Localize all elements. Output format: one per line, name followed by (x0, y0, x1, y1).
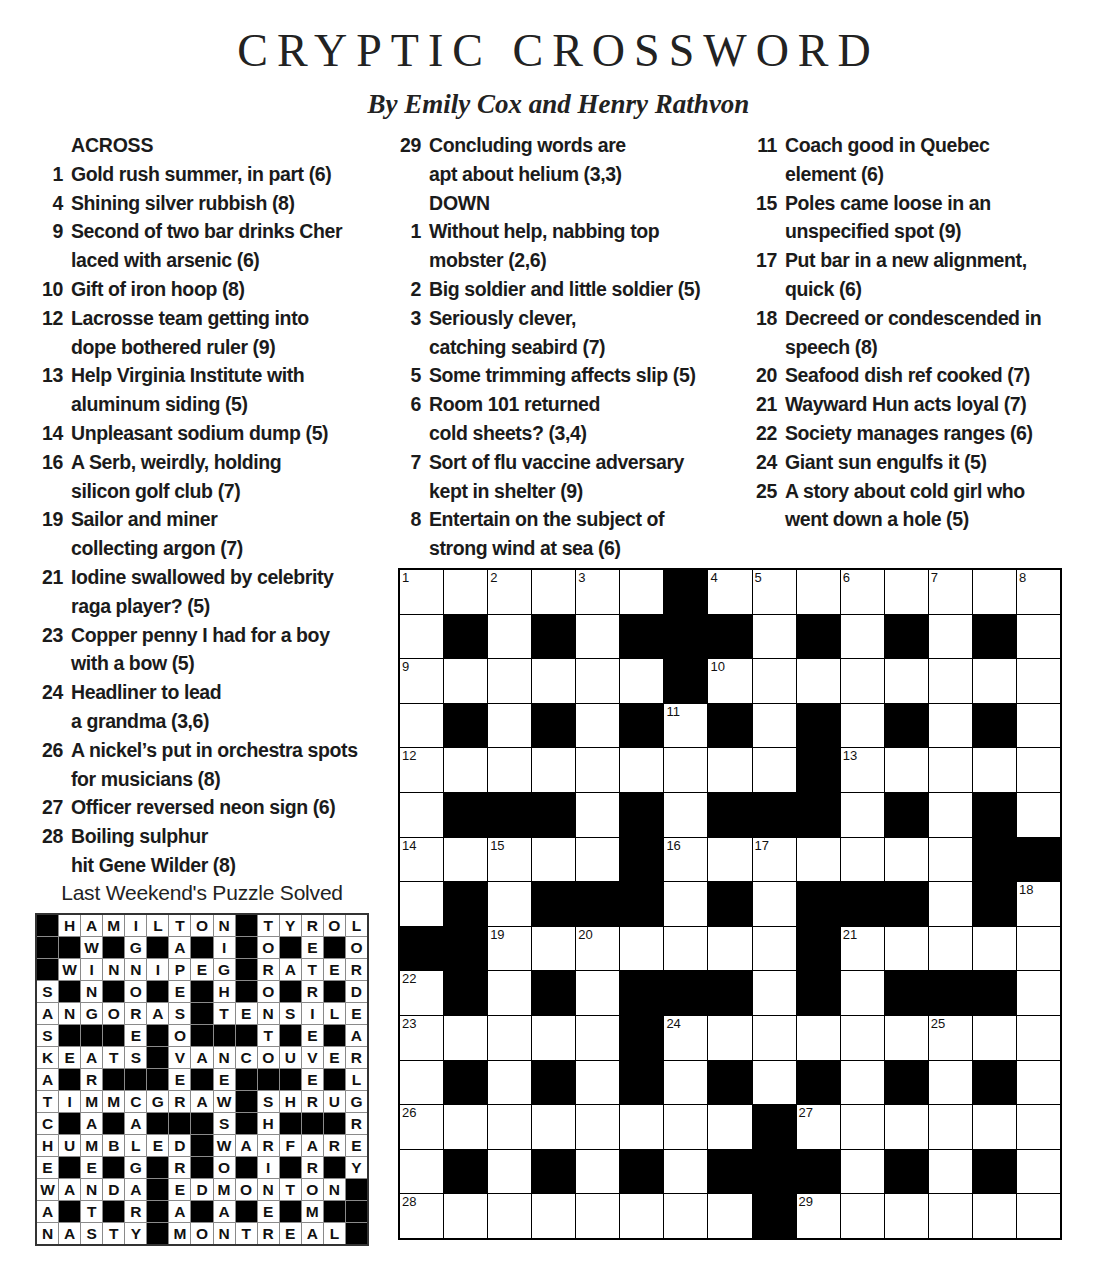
grid-cell[interactable] (576, 1016, 619, 1060)
clue-text: Seafood dish ref cooked (7) (785, 361, 1030, 390)
across-clue-column: ACROSS1Gold rush summer, in part (6)4Shi… (35, 131, 395, 880)
grid-cell[interactable] (885, 838, 928, 882)
cell-number: 17 (755, 838, 769, 853)
grid-cell[interactable] (664, 1105, 707, 1149)
solution-cell: E (236, 1003, 257, 1024)
grid-cell[interactable]: 3 (576, 570, 619, 614)
grid-cell[interactable] (753, 1016, 796, 1060)
solution-cell: A (59, 1223, 80, 1244)
grid-cell[interactable] (576, 838, 619, 882)
grid-cell-black (797, 971, 840, 1015)
grid-cell[interactable]: 22 (400, 971, 443, 1015)
solution-cell: W (59, 959, 80, 980)
solution-cell-black (324, 1201, 345, 1222)
grid-cell[interactable] (973, 570, 1016, 614)
grid-cell[interactable] (444, 748, 487, 792)
grid-cell[interactable] (885, 1016, 928, 1060)
grid-cell[interactable] (664, 1150, 707, 1194)
cell-number: 28 (402, 1194, 416, 1209)
grid-cell[interactable] (576, 971, 619, 1015)
grid-cell[interactable] (1017, 1061, 1060, 1105)
grid-cell[interactable] (929, 1061, 972, 1105)
grid-cell[interactable] (620, 659, 663, 703)
clue-number: 12 (35, 304, 63, 362)
grid-cell[interactable]: 24 (664, 1016, 707, 1060)
grid-cell[interactable]: 20 (576, 927, 619, 971)
solution-cell: N (125, 959, 146, 980)
grid-cell[interactable] (708, 1194, 751, 1238)
grid-cell[interactable]: 14 (400, 838, 443, 882)
grid-cell[interactable] (664, 927, 707, 971)
grid-cell[interactable] (488, 1105, 531, 1149)
grid-cell[interactable] (929, 659, 972, 703)
grid-cell[interactable] (532, 1016, 575, 1060)
grid-cell[interactable]: 19 (488, 927, 531, 971)
grid-cell[interactable]: 16 (664, 838, 707, 882)
grid-cell[interactable] (929, 927, 972, 971)
grid-cell[interactable] (576, 1061, 619, 1105)
clue-number: 20 (746, 361, 777, 390)
grid-cell-black (620, 882, 663, 926)
grid-cell[interactable] (885, 659, 928, 703)
solution-cell: C (37, 1113, 58, 1134)
clue-text: Seriously clever, catching seabird (7) (429, 304, 605, 362)
solution-cell: H (258, 1113, 279, 1134)
grid-cell[interactable] (400, 882, 443, 926)
grid-cell[interactable] (488, 704, 531, 748)
grid-cell[interactable] (841, 838, 884, 882)
solution-cell-black (324, 981, 345, 1002)
grid-cell[interactable]: 1 (400, 570, 443, 614)
grid-cell[interactable]: 17 (753, 838, 796, 882)
cell-number: 8 (1019, 570, 1026, 585)
cell-number: 19 (490, 927, 504, 942)
grid-cell[interactable] (620, 748, 663, 792)
grid-cell[interactable]: 23 (400, 1016, 443, 1060)
grid-cell[interactable] (973, 659, 1016, 703)
grid-cell-black (708, 882, 751, 926)
grid-cell[interactable]: 6 (841, 570, 884, 614)
solution-cell: I (147, 959, 168, 980)
grid-cell[interactable] (664, 793, 707, 837)
grid-cell[interactable] (841, 1150, 884, 1194)
grid-cell[interactable] (885, 927, 928, 971)
solution-cell-black (346, 1179, 367, 1200)
grid-cell[interactable] (753, 882, 796, 926)
solution-cell: N (103, 959, 124, 980)
clue: 3Seriously clever, catching seabird (7) (390, 304, 725, 362)
grid-cell[interactable] (929, 1150, 972, 1194)
middle-clue-column: 29Concluding words are apt about helium … (390, 131, 725, 563)
solution-cell: V (169, 1047, 190, 1068)
grid-cell[interactable]: 27 (797, 1105, 840, 1149)
solution-cell: Y (280, 915, 301, 936)
clue-number: 26 (35, 736, 63, 794)
solution-cell-black (125, 1069, 146, 1090)
grid-cell[interactable] (1017, 971, 1060, 1015)
grid-cell[interactable]: 11 (664, 704, 707, 748)
clue-number: 18 (746, 304, 777, 362)
grid-cell[interactable] (929, 615, 972, 659)
grid-cell[interactable] (1017, 704, 1060, 748)
grid-cell-black (753, 1194, 796, 1238)
clue-text: Big soldier and little soldier (5) (429, 275, 700, 304)
solution-cell: A (125, 1179, 146, 1200)
cell-number: 2 (490, 570, 497, 585)
clue-number: 7 (390, 448, 421, 506)
clue-number: 1 (390, 217, 421, 275)
grid-cell-black (797, 882, 840, 926)
cell-number: 27 (799, 1105, 813, 1120)
clue: 11Coach good in Quebec element (6) (746, 131, 1114, 189)
grid-cell[interactable] (444, 659, 487, 703)
grid-cell[interactable] (841, 615, 884, 659)
solution-cell: A (346, 1025, 367, 1046)
grid-cell[interactable] (753, 704, 796, 748)
grid-cell[interactable] (532, 1105, 575, 1149)
grid-cell[interactable] (753, 659, 796, 703)
clue-text: Copper penny I had for a boy with a bow … (71, 621, 330, 679)
grid-cell[interactable] (841, 1105, 884, 1149)
grid-cell-black (708, 1150, 751, 1194)
solution-cell: E (81, 1157, 102, 1178)
grid-cell[interactable] (841, 1194, 884, 1238)
solution-cell-black (346, 1201, 367, 1222)
grid-cell[interactable] (664, 1061, 707, 1105)
solution-cell: S (258, 1091, 279, 1112)
grid-cell[interactable]: 21 (841, 927, 884, 971)
solution-cell: I (302, 1003, 323, 1024)
solution-cell-black (169, 1113, 190, 1134)
grid-cell[interactable] (488, 971, 531, 1015)
solution-cell-black (147, 1179, 168, 1200)
grid-cell[interactable] (532, 1194, 575, 1238)
solution-cell: L (324, 1003, 345, 1024)
grid-cell-black (973, 1150, 1016, 1194)
grid-cell[interactable] (576, 615, 619, 659)
solution-cell: N (258, 1003, 279, 1024)
grid-cell-black (444, 793, 487, 837)
solution-cell: E (324, 1047, 345, 1068)
solution-cell-black (147, 1113, 168, 1134)
clue-number: 8 (390, 505, 421, 563)
grid-cell-black (973, 882, 1016, 926)
grid-cell[interactable] (1017, 1016, 1060, 1060)
solution-cell: D (191, 1179, 212, 1200)
grid-cell[interactable] (1017, 1105, 1060, 1149)
grid-cell[interactable] (620, 1194, 663, 1238)
grid-cell[interactable]: 8 (1017, 570, 1060, 614)
clue-number: 6 (390, 390, 421, 448)
solution-cell: S (125, 1047, 146, 1068)
grid-cell-black (532, 882, 575, 926)
grid-cell[interactable] (576, 1150, 619, 1194)
grid-cell[interactable]: 7 (929, 570, 972, 614)
clue: 13Help Virginia Institute with aluminum … (35, 361, 395, 419)
solution-cell: S (37, 1025, 58, 1046)
solution-cell: K (37, 1047, 58, 1068)
grid-cell[interactable] (885, 748, 928, 792)
clue-number: 9 (35, 217, 63, 275)
grid-cell[interactable] (841, 1061, 884, 1105)
grid-cell[interactable] (797, 570, 840, 614)
solution-cell-black (103, 1113, 124, 1134)
grid-cell[interactable]: 10 (708, 659, 751, 703)
grid-cell[interactable] (532, 659, 575, 703)
grid-cell[interactable] (753, 748, 796, 792)
grid-cell[interactable] (708, 748, 751, 792)
solution-cell-black (103, 1025, 124, 1046)
solution-cell: H (37, 1135, 58, 1156)
clue: 17Put bar in a new alignment, quick (6) (746, 246, 1114, 304)
grid-cell[interactable] (532, 838, 575, 882)
solution-cell-black (280, 1157, 301, 1178)
solution-cell: M (169, 1223, 190, 1244)
clue-text: A Serb, weirdly, holding silicon golf cl… (71, 448, 281, 506)
grid-cell[interactable]: 13 (841, 748, 884, 792)
grid-cell[interactable] (929, 1194, 972, 1238)
grid-cell[interactable] (576, 1105, 619, 1149)
grid-cell[interactable]: 4 (708, 570, 751, 614)
grid-cell[interactable] (664, 748, 707, 792)
grid-cell[interactable] (797, 838, 840, 882)
cell-number: 13 (843, 748, 857, 763)
grid-cell[interactable] (797, 1016, 840, 1060)
grid-cell[interactable] (841, 704, 884, 748)
solution-cell: A (191, 1047, 212, 1068)
grid-cell[interactable] (488, 659, 531, 703)
clue-text: Society manages ranges (6) (785, 419, 1033, 448)
solution-cell-black (324, 1025, 345, 1046)
grid-cell[interactable] (444, 1194, 487, 1238)
grid-cell[interactable] (973, 1016, 1016, 1060)
grid-cell[interactable] (532, 748, 575, 792)
clue: 24Headliner to lead a grandma (3,6) (35, 678, 395, 736)
grid-cell[interactable] (929, 704, 972, 748)
clue: 10Gift of iron hoop (8) (35, 275, 395, 304)
grid-cell[interactable] (841, 1016, 884, 1060)
grid-cell[interactable] (797, 659, 840, 703)
grid-cell-black (532, 1150, 575, 1194)
grid-cell[interactable] (400, 615, 443, 659)
grid-cell[interactable] (532, 927, 575, 971)
grid-cell[interactable] (885, 1194, 928, 1238)
grid-cell[interactable] (488, 1194, 531, 1238)
grid-cell[interactable] (444, 1016, 487, 1060)
grid-cell[interactable] (576, 748, 619, 792)
solution-cell-black (280, 937, 301, 958)
solution-cell: E (258, 1201, 279, 1222)
grid-cell[interactable]: 12 (400, 748, 443, 792)
grid-cell[interactable] (1017, 927, 1060, 971)
grid-cell[interactable] (620, 927, 663, 971)
solution-cell-black (236, 1201, 257, 1222)
grid-cell[interactable] (1017, 1194, 1060, 1238)
solution-cell-black (280, 1201, 301, 1222)
cell-number: 24 (666, 1016, 680, 1031)
grid-cell[interactable] (444, 1105, 487, 1149)
solution-cell-black (236, 1069, 257, 1090)
grid-cell[interactable] (576, 1194, 619, 1238)
solution-cell: M (81, 1091, 102, 1112)
clue-text: Lacrosse team getting into dope bothered… (71, 304, 309, 362)
grid-cell[interactable] (664, 1194, 707, 1238)
grid-cell[interactable] (488, 748, 531, 792)
cell-number: 22 (402, 971, 416, 986)
grid-cell[interactable] (929, 1105, 972, 1149)
grid-cell[interactable] (1017, 748, 1060, 792)
grid-cell[interactable] (841, 793, 884, 837)
solution-cell: E (191, 959, 212, 980)
grid-cell-black (885, 704, 928, 748)
grid-cell[interactable] (973, 927, 1016, 971)
grid-cell[interactable] (400, 793, 443, 837)
grid-cell[interactable]: 28 (400, 1194, 443, 1238)
clue-text: Officer reversed neon sign (6) (71, 793, 335, 822)
grid-cell-black (753, 1105, 796, 1149)
grid-cell-black (885, 1061, 928, 1105)
solution-grid: HAMILTONTYROLWGAIOEOWINNIPEGRATERSNOEHOR… (35, 913, 369, 1246)
grid-cell[interactable] (841, 971, 884, 1015)
grid-cell-black (753, 1150, 796, 1194)
clue-text: A story about cold girl who went down a … (785, 477, 1025, 535)
grid-cell[interactable] (620, 570, 663, 614)
grid-cell-black (444, 704, 487, 748)
solution-cell: I (59, 1091, 80, 1112)
grid-cell[interactable] (488, 615, 531, 659)
grid-cell[interactable] (973, 748, 1016, 792)
grid-cell[interactable]: 5 (753, 570, 796, 614)
grid-cell-black (532, 704, 575, 748)
solution-cell-black (37, 915, 58, 936)
grid-cell[interactable]: 9 (400, 659, 443, 703)
grid-cell[interactable] (753, 971, 796, 1015)
solution-cell-black (236, 1091, 257, 1112)
solution-cell: R (125, 1003, 146, 1024)
grid-cell[interactable] (1017, 615, 1060, 659)
grid-cell-black (444, 882, 487, 926)
solution-cell-black (191, 1003, 212, 1024)
solution-cell: W (214, 1091, 235, 1112)
solution-cell: A (169, 1201, 190, 1222)
grid-cell[interactable] (885, 570, 928, 614)
solution-cell: N (214, 1223, 235, 1244)
solution-cell-black (59, 937, 80, 958)
grid-cell[interactable] (929, 838, 972, 882)
clue-number: 22 (746, 419, 777, 448)
grid-cell[interactable] (488, 1016, 531, 1060)
grid-cell[interactable]: 26 (400, 1105, 443, 1149)
solution-cell-black (236, 959, 257, 980)
solution-cell-black (103, 1157, 124, 1178)
cell-number: 23 (402, 1016, 416, 1031)
grid-cell[interactable]: 18 (1017, 882, 1060, 926)
grid-cell[interactable] (576, 704, 619, 748)
grid-cell[interactable]: 15 (488, 838, 531, 882)
cell-number: 16 (666, 838, 680, 853)
grid-cell[interactable] (841, 659, 884, 703)
grid-cell[interactable] (488, 882, 531, 926)
grid-cell[interactable] (400, 704, 443, 748)
grid-cell[interactable] (444, 570, 487, 614)
grid-cell[interactable] (488, 1061, 531, 1105)
grid-cell[interactable] (532, 570, 575, 614)
grid-cell[interactable] (708, 927, 751, 971)
solution-cell-black (191, 937, 212, 958)
grid-cell[interactable] (444, 838, 487, 882)
cell-number: 6 (843, 570, 850, 585)
solution-cell-black (191, 1157, 212, 1178)
grid-cell[interactable] (929, 748, 972, 792)
grid-cell[interactable] (708, 838, 751, 882)
grid-cell[interactable]: 25 (929, 1016, 972, 1060)
solution-cell: A (81, 1113, 102, 1134)
clue: 22Society manages ranges (6) (746, 419, 1114, 448)
grid-cell[interactable] (885, 1105, 928, 1149)
solution-cell: O (214, 1157, 235, 1178)
grid-cell[interactable] (973, 1194, 1016, 1238)
grid-cell[interactable] (753, 615, 796, 659)
grid-cell[interactable] (576, 659, 619, 703)
solution-cell-black (59, 981, 80, 1002)
solution-cell: H (59, 915, 80, 936)
grid-cell[interactable]: 29 (797, 1194, 840, 1238)
solution-cell: O (236, 1179, 257, 1200)
grid-cell[interactable] (753, 1061, 796, 1105)
grid-cell[interactable] (576, 793, 619, 837)
clue-number: 14 (35, 419, 63, 448)
grid-cell[interactable] (708, 1105, 751, 1149)
solution-cell-black (147, 1047, 168, 1068)
grid-cell[interactable] (929, 793, 972, 837)
grid-cell-black (620, 1016, 663, 1060)
solution-cell: U (59, 1135, 80, 1156)
down-heading: DOWN (429, 189, 725, 218)
grid-cell[interactable] (400, 1061, 443, 1105)
grid-cell[interactable] (620, 1105, 663, 1149)
grid-cell[interactable] (488, 1150, 531, 1194)
grid-cell[interactable]: 2 (488, 570, 531, 614)
solution-cell: T (169, 915, 190, 936)
solution-cell-black (37, 937, 58, 958)
grid-cell[interactable] (929, 882, 972, 926)
grid-cell[interactable] (973, 1105, 1016, 1149)
clue-text: Headliner to lead a grandma (3,6) (71, 678, 221, 736)
clue-text: A nickel’s put in orchestra spots for mu… (71, 736, 358, 794)
solution-cell: R (169, 1091, 190, 1112)
solution-cell-black (280, 981, 301, 1002)
grid-cell[interactable] (664, 882, 707, 926)
cell-number: 1 (402, 570, 409, 585)
grid-cell[interactable] (753, 927, 796, 971)
clue: 16A Serb, weirdly, holding silicon golf … (35, 448, 395, 506)
grid-cell[interactable] (1017, 793, 1060, 837)
grid-cell[interactable] (400, 1150, 443, 1194)
solution-cell-black (191, 1135, 212, 1156)
solution-cell: O (191, 915, 212, 936)
clue: 1Gold rush summer, in part (6) (35, 160, 395, 189)
clue: 15Poles came loose in an unspecified spo… (746, 189, 1114, 247)
solution-cell: V (302, 1047, 323, 1068)
solution-cell: D (169, 1135, 190, 1156)
cell-number: 12 (402, 748, 416, 763)
grid-cell[interactable] (1017, 659, 1060, 703)
solution-cell-black (37, 959, 58, 980)
grid-cell[interactable] (708, 1016, 751, 1060)
grid-cell-black (532, 793, 575, 837)
grid-cell[interactable] (1017, 1150, 1060, 1194)
solution-cell: Y (346, 1157, 367, 1178)
